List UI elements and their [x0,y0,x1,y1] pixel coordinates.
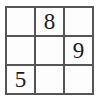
sudoku-board-container: 8 9 5 [5,6,94,95]
cell-r1c1[interactable] [7,8,34,35]
cell-r3c1[interactable]: 5 [7,66,34,93]
cell-r1c2[interactable]: 8 [36,8,63,35]
cell-r3c3[interactable] [65,66,92,93]
cell-r3c2[interactable] [36,66,63,93]
sudoku-board: 8 9 5 [5,6,94,95]
cell-r2c2[interactable] [36,37,63,64]
cell-r1c3[interactable] [65,8,92,35]
cell-r2c1[interactable] [7,37,34,64]
cell-r2c3[interactable]: 9 [65,37,92,64]
